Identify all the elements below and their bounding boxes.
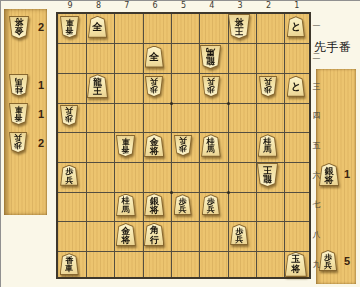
grid-line <box>256 14 257 277</box>
piece-face: 全 <box>89 17 106 37</box>
hand-count-gote-pawn: 2 <box>38 137 44 149</box>
hand-gote-pawn[interactable]: 歩兵 <box>9 132 27 153</box>
piece-face: 歩兵 <box>175 195 191 214</box>
piece-face: と <box>288 17 304 36</box>
piece-promoted-silver[interactable]: 全 <box>145 46 164 68</box>
file-label-9: 9 <box>56 1 84 11</box>
piece-pawn[interactable]: 歩兵 <box>174 135 192 156</box>
grid-line <box>228 14 229 277</box>
piece-face: 香車 <box>61 254 78 274</box>
piece-king[interactable]: 王将 <box>228 14 250 39</box>
grid-line <box>58 221 309 222</box>
hand-sente-silver[interactable]: 銀将 <box>319 163 339 186</box>
piece-pawn[interactable]: 歩兵 <box>60 165 78 186</box>
piece-pawn[interactable]: 歩兵 <box>145 76 163 97</box>
piece-face: 歩兵 <box>61 166 77 185</box>
piece-face: 歩兵 <box>320 251 336 270</box>
piece-face: 歩兵 <box>175 136 191 155</box>
piece-face: 銀将 <box>320 164 338 185</box>
piece-face: 全 <box>146 47 163 67</box>
piece-promoted-silver[interactable]: 全 <box>88 16 107 38</box>
file-label-5: 5 <box>169 1 197 11</box>
grid-line <box>58 192 309 193</box>
piece-face: 金将 <box>117 224 135 245</box>
piece-face: 歩兵 <box>146 77 162 96</box>
piece-face: 龍王 <box>258 164 277 186</box>
hand-count-gote-gold: 2 <box>38 21 44 33</box>
file-label-6: 6 <box>141 1 169 11</box>
rank-label-5: 五 <box>312 141 321 150</box>
piece-pawn[interactable]: 歩兵 <box>259 76 277 97</box>
piece-face: 歩兵 <box>203 195 219 214</box>
piece-face: 龍王 <box>88 75 107 97</box>
piece-face: 王将 <box>229 15 249 38</box>
piece-face: 金将 <box>10 17 28 38</box>
hand-count-sente-pawn: 5 <box>344 255 350 267</box>
star-point <box>170 191 173 194</box>
rank-label-3: 三 <box>312 82 321 91</box>
piece-bishop[interactable]: 角行 <box>144 223 165 247</box>
piece-face: 銀将 <box>145 194 163 215</box>
piece-pawn[interactable]: 歩兵 <box>174 194 192 215</box>
hand-count-gote-knight: 1 <box>38 79 44 91</box>
piece-pawn[interactable]: 歩兵 <box>202 194 220 215</box>
piece-face: 桂馬 <box>259 135 277 156</box>
grid-line <box>58 43 309 44</box>
piece-lance[interactable]: 香車 <box>60 253 79 275</box>
piece-dragon[interactable]: 龍王 <box>87 74 108 98</box>
hand-count-sente-silver: 1 <box>344 168 350 180</box>
file-label-2: 2 <box>254 1 282 11</box>
piece-face: 金将 <box>145 135 163 156</box>
hand-gote-lance[interactable]: 香車 <box>9 103 28 125</box>
piece-face: 歩兵 <box>61 106 77 125</box>
piece-face: 桂馬 <box>117 195 135 216</box>
star-point <box>170 102 173 105</box>
hand-count-gote-lance: 1 <box>38 108 44 120</box>
piece-face: と <box>288 77 304 96</box>
piece-king[interactable]: 玉将 <box>285 252 307 277</box>
piece-gold[interactable]: 金将 <box>144 134 164 157</box>
star-point <box>227 102 230 105</box>
piece-tokin[interactable]: と <box>287 16 305 37</box>
piece-face: 桂馬 <box>202 135 220 156</box>
rank-label-4: 四 <box>312 111 321 120</box>
rank-label-8: 八 <box>312 230 321 239</box>
grid-line <box>58 132 309 133</box>
piece-face: 桂馬 <box>10 75 28 96</box>
piece-face: 玉将 <box>286 253 306 276</box>
piece-knight[interactable]: 桂馬 <box>201 134 221 157</box>
hand-gote-gold[interactable]: 金将 <box>9 16 29 39</box>
rank-label-7: 七 <box>312 200 321 209</box>
piece-pawn[interactable]: 歩兵 <box>60 105 78 126</box>
piece-face: 歩兵 <box>260 77 276 96</box>
piece-face: 角行 <box>145 224 164 246</box>
file-label-8: 8 <box>84 1 112 11</box>
piece-horse[interactable]: 龍馬 <box>200 45 221 69</box>
rank-label-1: 一 <box>312 22 321 31</box>
piece-face: 香車 <box>10 104 27 124</box>
grid-line <box>171 14 172 277</box>
piece-face: 歩兵 <box>231 225 247 244</box>
file-label-3: 3 <box>226 1 254 11</box>
piece-silver[interactable]: 銀将 <box>144 193 164 216</box>
hand-sente-pawn[interactable]: 歩兵 <box>319 250 337 271</box>
rank-label-2: 二 <box>312 52 321 61</box>
piece-knight[interactable]: 桂馬 <box>258 134 278 157</box>
piece-face: 歩兵 <box>10 133 26 152</box>
file-label-7: 7 <box>113 1 141 11</box>
piece-gold[interactable]: 金将 <box>116 223 136 246</box>
star-point <box>227 191 230 194</box>
piece-dragon[interactable]: 龍王 <box>257 163 278 187</box>
piece-face: 歩兵 <box>203 77 219 96</box>
piece-pawn[interactable]: 歩兵 <box>230 224 248 245</box>
grid-line <box>58 251 309 252</box>
shogi-diagram: 先手番 987654321一二三四五六七八九香車全王将と全龍馬龍王歩兵歩兵歩兵と… <box>0 0 360 287</box>
file-label-4: 4 <box>198 1 226 11</box>
piece-knight[interactable]: 桂馬 <box>116 194 136 217</box>
piece-face: 龍馬 <box>201 46 220 68</box>
piece-face: 香車 <box>117 136 134 156</box>
grid-line <box>284 14 285 277</box>
hand-gote-knight[interactable]: 桂馬 <box>9 74 29 97</box>
piece-tokin[interactable]: と <box>287 76 305 97</box>
piece-lance[interactable]: 香車 <box>116 135 135 157</box>
grid-line <box>58 103 309 104</box>
piece-face: 香車 <box>61 17 78 37</box>
grid-line <box>86 14 87 277</box>
piece-pawn[interactable]: 歩兵 <box>202 76 220 97</box>
file-label-1: 1 <box>283 1 311 11</box>
piece-lance[interactable]: 香車 <box>60 16 79 38</box>
